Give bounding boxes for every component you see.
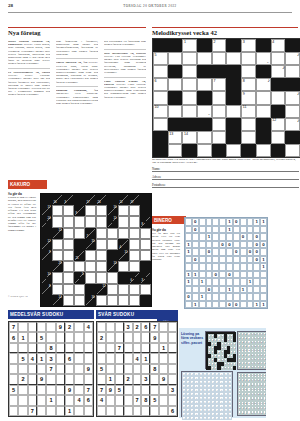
sudoku-empty-cell[interactable] [150,406,159,416]
sudoku-empty-cell[interactable] [28,385,37,395]
sudoku-empty-cell[interactable] [124,364,133,374]
kakuro-cell[interactable] [63,261,74,272]
crossword-cell[interactable]: ♪ [256,78,271,91]
crossword-cell[interactable]: 13 [168,131,183,144]
kakuro-cell[interactable] [52,239,63,250]
sudoku-empty-cell[interactable] [159,385,168,395]
kakuro-cell[interactable] [85,250,96,261]
sudoku-empty-cell[interactable] [74,385,83,395]
sudoku-empty-cell[interactable] [97,322,106,332]
sudoku-empty-cell[interactable] [168,374,177,384]
sudoku-empty-cell[interactable] [168,364,177,374]
crossword-cell[interactable] [212,91,227,104]
sudoku-empty-cell[interactable] [56,406,65,416]
binero-empty-cell[interactable] [199,263,206,271]
sudoku-empty-cell[interactable] [168,322,177,332]
binero-empty-cell[interactable] [260,233,267,241]
sudoku-empty-cell[interactable] [28,343,37,353]
crossword-cell[interactable]: - [256,52,271,65]
binero-empty-cell[interactable] [247,256,254,264]
binero-empty-cell[interactable] [219,301,226,309]
kakuro-cell[interactable] [140,284,151,295]
binero-empty-cell[interactable] [199,233,206,241]
sudoku-empty-cell[interactable] [133,374,142,384]
sudoku-empty-cell[interactable] [65,343,74,353]
sudoku-empty-cell[interactable] [28,322,37,332]
sudoku-empty-cell[interactable] [168,332,177,342]
binero-empty-cell[interactable] [240,226,247,234]
crossword-cell[interactable] [153,118,168,131]
binero-empty-cell[interactable] [240,263,247,271]
sudoku-empty-cell[interactable] [106,364,115,374]
binero-empty-cell[interactable] [253,293,260,301]
binero-empty-cell[interactable] [226,248,233,256]
binero-empty-cell[interactable] [206,293,213,301]
binero-empty-cell[interactable] [233,293,240,301]
binero-empty-cell[interactable] [240,241,247,249]
binero-empty-cell[interactable] [260,248,267,256]
sudoku-empty-cell[interactable] [74,374,83,384]
crossword-cell[interactable]: 14 [182,131,197,144]
sudoku-empty-cell[interactable] [18,406,27,416]
crossword-cell[interactable] [226,105,241,118]
crossword-cell[interactable] [168,144,183,157]
sudoku-empty-cell[interactable] [124,406,133,416]
binero-empty-cell[interactable] [185,286,192,294]
sudoku-empty-cell[interactable] [46,322,55,332]
binero-empty-cell[interactable] [226,263,233,271]
binero-empty-cell[interactable] [240,248,247,256]
binero-empty-cell[interactable] [219,293,226,301]
kakuro-cell[interactable] [96,261,107,272]
sudoku-empty-cell[interactable] [106,353,115,363]
sudoku-empty-cell[interactable] [37,322,46,332]
sudoku-empty-cell[interactable] [56,353,65,363]
kakuro-cell[interactable] [118,205,129,216]
binero-empty-cell[interactable] [219,233,226,241]
binero-empty-cell[interactable] [185,233,192,241]
kakuro-cell[interactable] [85,216,96,227]
sudoku-empty-cell[interactable] [159,406,168,416]
crossword-cell[interactable] [168,78,183,91]
kakuro-cell[interactable] [107,295,118,306]
sudoku-empty-cell[interactable] [28,332,37,342]
sudoku-empty-cell[interactable] [18,343,27,353]
binero-empty-cell[interactable] [192,248,199,256]
binero-empty-cell[interactable] [212,241,219,249]
binero-empty-cell[interactable] [212,293,219,301]
sudoku-empty-cell[interactable] [56,343,65,353]
sudoku-empty-cell[interactable] [28,364,37,374]
sudoku-empty-cell[interactable] [9,406,18,416]
crossword-cell[interactable] [197,144,212,157]
sudoku-empty-cell[interactable] [28,374,37,384]
binero-empty-cell[interactable] [206,226,213,234]
sudoku-empty-cell[interactable] [141,364,150,374]
sudoku-empty-cell[interactable] [74,322,83,332]
sudoku-empty-cell[interactable] [37,385,46,395]
crossword-cell[interactable] [271,131,286,144]
kakuro-cell[interactable] [74,216,85,227]
binero-empty-cell[interactable] [219,278,226,286]
kakuro-cell[interactable] [118,295,129,306]
crossword-cell[interactable]: ♪ [285,118,300,131]
kakuro-cell[interactable] [74,228,85,239]
kakuro-cell[interactable] [129,284,140,295]
crossword-cell[interactable]: 9 [241,91,256,104]
kakuro-cell[interactable] [129,295,140,306]
binero-empty-cell[interactable] [226,293,233,301]
crossword-cell[interactable] [168,52,183,65]
sudoku-empty-cell[interactable] [18,395,27,405]
kakuro-cell[interactable] [63,228,74,239]
binero-empty-cell[interactable] [247,226,254,234]
sudoku-empty-cell[interactable] [150,385,159,395]
kakuro-cell[interactable] [107,228,118,239]
sudoku-empty-cell[interactable] [133,406,142,416]
binero-empty-cell[interactable] [247,301,254,309]
sudoku-empty-cell[interactable] [84,374,93,384]
binero-empty-cell[interactable] [212,256,219,264]
sudoku-empty-cell[interactable] [56,332,65,342]
binero-empty-cell[interactable] [199,301,206,309]
binero-empty-cell[interactable] [192,286,199,294]
binero-empty-cell[interactable] [260,271,267,279]
kakuro-cell[interactable] [129,228,140,239]
binero-empty-cell[interactable] [240,271,247,279]
kakuro-cell[interactable] [63,272,74,283]
crossword-cell[interactable] [197,78,212,91]
kakuro-cell[interactable] [52,272,63,283]
kakuro-cell[interactable] [129,216,140,227]
binero-empty-cell[interactable] [219,271,226,279]
sudoku-empty-cell[interactable] [124,385,133,395]
binero-empty-cell[interactable] [260,278,267,286]
sudoku-empty-cell[interactable] [9,374,18,384]
crossword-cell[interactable] [285,144,300,157]
kakuro-cell[interactable] [118,284,129,295]
sudoku-empty-cell[interactable] [141,385,150,395]
binero-empty-cell[interactable] [240,218,247,226]
binero-empty-cell[interactable] [247,271,254,279]
sudoku-empty-cell[interactable] [65,374,74,384]
binero-empty-cell[interactable] [199,256,206,264]
sudoku-empty-cell[interactable] [159,395,168,405]
kakuro-cell[interactable] [52,205,63,216]
sudoku-empty-cell[interactable] [74,406,83,416]
crossword-cell[interactable] [182,91,197,104]
sudoku-empty-cell[interactable] [84,332,93,342]
crossword-cell[interactable] [212,105,227,118]
crossword-cell[interactable]: 2 [212,39,227,52]
binero-empty-cell[interactable] [192,233,199,241]
form-line-postal[interactable]: Postadress: [152,183,299,188]
crossword-cell[interactable] [182,65,197,78]
sudoku-empty-cell[interactable] [115,374,124,384]
sudoku-empty-cell[interactable] [115,395,124,405]
kakuro-cell[interactable] [140,239,151,250]
kakuro-cell[interactable] [52,216,63,227]
binero-empty-cell[interactable] [199,286,206,294]
sudoku-empty-cell[interactable] [141,332,150,342]
binero-empty-cell[interactable] [199,248,206,256]
kakuro-cell[interactable] [85,205,96,216]
crossword-cell[interactable] [241,118,256,131]
sudoku-empty-cell[interactable] [141,406,150,416]
sudoku-empty-cell[interactable] [9,395,18,405]
sudoku-empty-cell[interactable] [115,364,124,374]
binero-empty-cell[interactable] [206,271,213,279]
kakuro-cell[interactable] [85,272,96,283]
sudoku-empty-cell[interactable] [56,395,65,405]
binero-empty-cell[interactable] [233,241,240,249]
binero-empty-cell[interactable] [253,263,260,271]
crossword-cell[interactable] [212,118,227,131]
binero-empty-cell[interactable] [212,218,219,226]
binero-empty-cell[interactable] [253,286,260,294]
kakuro-cell[interactable] [85,261,96,272]
sudoku-empty-cell[interactable] [46,385,55,395]
kakuro-cell[interactable] [74,284,85,295]
binero-empty-cell[interactable] [253,226,260,234]
sudoku-empty-cell[interactable] [74,343,83,353]
sudoku-empty-cell[interactable] [65,395,74,405]
kakuro-cell[interactable] [52,250,63,261]
sudoku-empty-cell[interactable] [159,364,168,374]
kakuro-cell[interactable] [140,228,151,239]
sudoku-empty-cell[interactable] [168,395,177,405]
kakuro-cell[interactable] [96,205,107,216]
kakuro-cell[interactable] [52,284,63,295]
crossword-cell[interactable]: 3 [241,39,256,52]
sudoku-empty-cell[interactable] [18,364,27,374]
binero-empty-cell[interactable] [219,218,226,226]
binero-empty-cell[interactable] [212,286,219,294]
binero-empty-cell[interactable] [240,301,247,309]
sudoku-empty-cell[interactable] [65,332,74,342]
binero-empty-cell[interactable] [212,263,219,271]
kakuro-cell[interactable] [107,272,118,283]
kakuro-cell[interactable] [63,295,74,306]
binero-empty-cell[interactable] [219,286,226,294]
sudoku-empty-cell[interactable] [106,395,115,405]
crossword-cell[interactable] [182,105,197,118]
crossword-cell[interactable] [182,78,197,91]
binero-empty-cell[interactable] [206,256,213,264]
binero-empty-cell[interactable] [247,293,254,301]
binero-empty-cell[interactable] [226,233,233,241]
sudoku-empty-cell[interactable] [37,364,46,374]
kakuro-cell[interactable] [107,239,118,250]
sudoku-empty-cell[interactable] [159,353,168,363]
kakuro-cell[interactable] [140,250,151,261]
binero-empty-cell[interactable] [226,256,233,264]
kakuro-cell[interactable] [129,261,140,272]
crossword-cell[interactable]: 5 [153,52,168,65]
binero-empty-cell[interactable] [206,218,213,226]
sudoku-empty-cell[interactable] [9,364,18,374]
sudoku-empty-cell[interactable] [168,353,177,363]
form-line-address[interactable]: Adress: [152,175,299,180]
sudoku-empty-cell[interactable] [150,374,159,384]
sudoku-empty-cell[interactable] [9,353,18,363]
kakuro-cell[interactable] [96,239,107,250]
sudoku-empty-cell[interactable] [84,343,93,353]
crossword-cell[interactable]: 10 [153,105,168,118]
kakuro-cell[interactable] [96,295,107,306]
sudoku-empty-cell[interactable] [159,322,168,332]
sudoku-empty-cell[interactable] [124,395,133,405]
crossword-cell[interactable]: 1 [182,39,197,52]
kakuro-cell[interactable] [129,205,140,216]
crossword-cell[interactable]: 11 [241,105,256,118]
binero-empty-cell[interactable] [185,226,192,234]
crossword-cell[interactable] [271,91,286,104]
crossword-cell[interactable]: ♪ [285,52,300,65]
binero-empty-cell[interactable] [260,293,267,301]
crossword-cell[interactable] [168,105,183,118]
binero-empty-cell[interactable] [199,218,206,226]
sudoku-empty-cell[interactable] [84,353,93,363]
crossword-cell[interactable] [153,91,168,104]
binero-empty-cell[interactable] [212,278,219,286]
crossword-cell[interactable]: 8 [241,78,256,91]
kakuro-cell[interactable] [96,272,107,283]
crossword-cell[interactable] [197,52,212,65]
sudoku-empty-cell[interactable] [115,322,124,332]
kakuro-cell[interactable] [129,239,140,250]
kakuro-cell[interactable] [118,228,129,239]
binero-empty-cell[interactable] [247,263,254,271]
binero-empty-cell[interactable] [212,233,219,241]
sudoku-empty-cell[interactable] [150,343,159,353]
binero-empty-cell[interactable] [199,226,206,234]
kakuro-cell[interactable] [63,216,74,227]
sudoku-empty-cell[interactable] [46,374,55,384]
binero-empty-cell[interactable] [212,226,219,234]
binero-empty-cell[interactable] [253,271,260,279]
sudoku-empty-cell[interactable] [74,332,83,342]
binero-empty-cell[interactable] [226,278,233,286]
sudoku-empty-cell[interactable] [106,322,115,332]
sudoku-empty-cell[interactable] [97,353,106,363]
binero-empty-cell[interactable] [233,233,240,241]
kakuro-cell[interactable] [96,216,107,227]
sudoku-empty-cell[interactable] [168,343,177,353]
binero-empty-cell[interactable] [212,301,219,309]
binero-empty-cell[interactable] [247,241,254,249]
sudoku-empty-cell[interactable] [106,343,115,353]
sudoku-empty-cell[interactable] [133,385,142,395]
binero-empty-cell[interactable] [219,226,226,234]
sudoku-empty-cell[interactable] [74,353,83,363]
sudoku-empty-cell[interactable] [28,395,37,405]
sudoku-empty-cell[interactable] [9,343,18,353]
crossword-cell[interactable]: - [197,105,212,118]
crossword-cell[interactable] [212,52,227,65]
binero-empty-cell[interactable] [192,241,199,249]
sudoku-empty-cell[interactable] [46,332,55,342]
crossword-cell[interactable] [226,52,241,65]
sudoku-empty-cell[interactable] [133,332,142,342]
crossword-cell[interactable] [256,91,271,104]
crossword-cell[interactable]: 4 [271,39,286,52]
binero-empty-cell[interactable] [233,263,240,271]
sudoku-empty-cell[interactable] [56,374,65,384]
sudoku-empty-cell[interactable] [84,406,93,416]
crossword-cell[interactable] [256,105,271,118]
sudoku-empty-cell[interactable] [124,343,133,353]
sudoku-empty-cell[interactable] [18,385,27,395]
binero-empty-cell[interactable] [206,278,213,286]
sudoku-empty-cell[interactable] [115,332,124,342]
binero-empty-cell[interactable] [219,263,226,271]
kakuro-cell[interactable] [63,250,74,261]
binero-empty-cell[interactable] [199,241,206,249]
sudoku-empty-cell[interactable] [56,385,65,395]
binero-empty-cell[interactable] [192,293,199,301]
crossword-cell[interactable] [285,105,300,118]
binero-empty-cell[interactable] [206,241,213,249]
binero-empty-cell[interactable] [247,233,254,241]
binero-empty-cell[interactable] [240,278,247,286]
kakuro-cell[interactable] [107,284,118,295]
binero-empty-cell[interactable] [233,286,240,294]
sudoku-empty-cell[interactable] [37,343,46,353]
binero-empty-cell[interactable] [199,271,206,279]
binero-empty-cell[interactable] [233,256,240,264]
sudoku-empty-cell[interactable] [56,364,65,374]
sudoku-empty-cell[interactable] [74,364,83,374]
sudoku-empty-cell[interactable] [159,332,168,342]
sudoku-empty-cell[interactable] [124,332,133,342]
crossword-cell[interactable] [256,144,271,157]
sudoku-empty-cell[interactable] [97,406,106,416]
binero-empty-cell[interactable] [185,218,192,226]
form-line-name[interactable]: Namn: [152,167,299,172]
binero-empty-cell[interactable] [185,256,192,264]
sudoku-empty-cell[interactable] [133,343,142,353]
kakuro-cell[interactable] [118,261,129,272]
crossword-cell[interactable]: ♪ [271,65,286,78]
kakuro-cell[interactable] [63,239,74,250]
binero-empty-cell[interactable] [247,218,254,226]
kakuro-cell[interactable] [129,250,140,261]
binero-empty-cell[interactable] [192,263,199,271]
sudoku-empty-cell[interactable] [124,353,133,363]
kakuro-cell[interactable] [96,228,107,239]
binero-empty-cell[interactable] [233,226,240,234]
sudoku-empty-cell[interactable] [150,353,159,363]
binero-empty-cell[interactable] [206,263,213,271]
sudoku-empty-cell[interactable] [115,406,124,416]
sudoku-empty-cell[interactable] [97,343,106,353]
kakuro-cell[interactable] [63,205,74,216]
binero-empty-cell[interactable] [212,248,219,256]
binero-empty-cell[interactable] [240,256,247,264]
binero-empty-cell[interactable] [185,301,192,309]
sudoku-empty-cell[interactable] [106,332,115,342]
crossword-cell[interactable] [241,52,256,65]
crossword-cell[interactable] [285,65,300,78]
binero-empty-cell[interactable] [219,256,226,264]
binero-empty-cell[interactable] [247,286,254,294]
binero-empty-cell[interactable] [233,271,240,279]
crossword-cell[interactable] [197,131,212,144]
binero-empty-cell[interactable] [240,293,247,301]
sudoku-empty-cell[interactable] [115,353,124,363]
binero-empty-cell[interactable] [260,226,267,234]
